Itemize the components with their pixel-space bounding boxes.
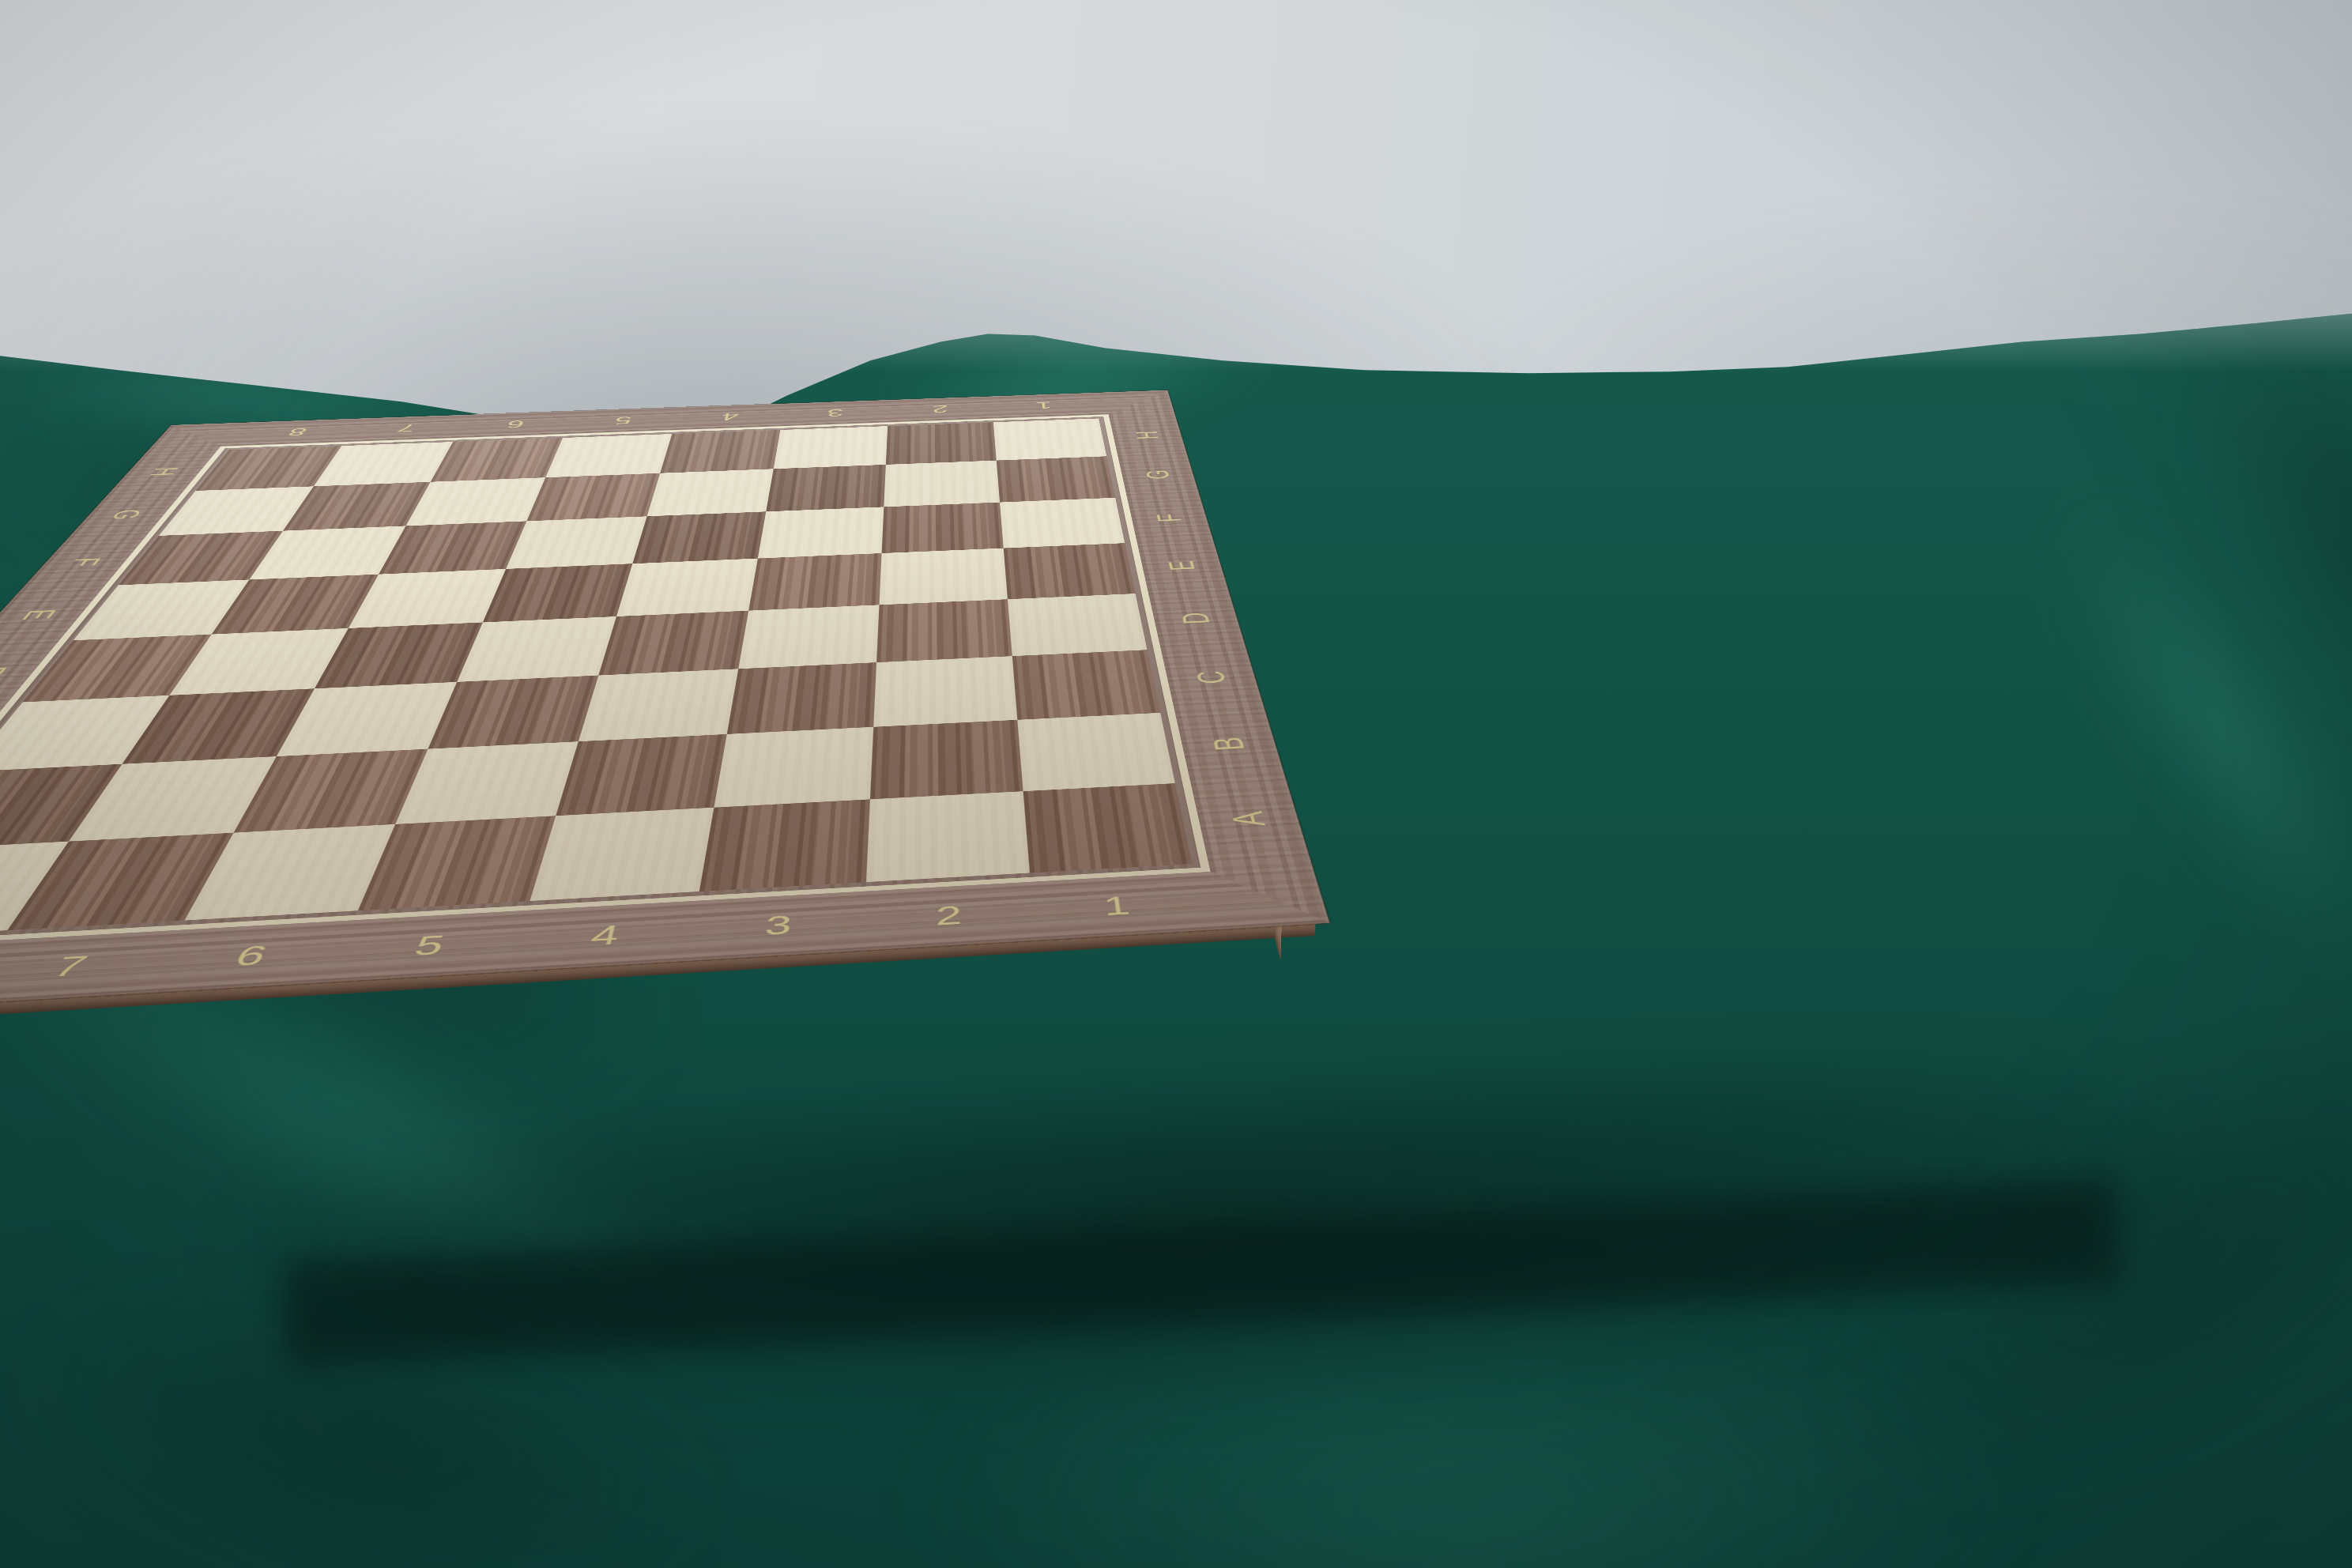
file-label-text: 1 <box>1035 400 1053 410</box>
file-label-bottom-3: 3 <box>687 891 865 961</box>
square-b6[interactable] <box>233 748 428 832</box>
square-c1[interactable] <box>1012 650 1160 719</box>
file-label-text: 6 <box>505 419 527 430</box>
square-a1[interactable] <box>1023 783 1192 873</box>
square-b3[interactable] <box>714 727 873 808</box>
square-c8[interactable] <box>0 695 169 772</box>
square-a4[interactable] <box>530 808 714 901</box>
square-d4[interactable] <box>598 611 748 676</box>
file-label-text: 2 <box>932 404 948 414</box>
rank-label-right-f: F <box>1127 494 1213 542</box>
file-label-text: 5 <box>613 415 634 426</box>
square-b5[interactable] <box>395 741 578 824</box>
square-e1[interactable] <box>1004 543 1136 599</box>
square-b1[interactable] <box>1018 713 1175 792</box>
square-e2[interactable] <box>879 548 1008 605</box>
square-d6[interactable] <box>315 622 484 688</box>
square-a6[interactable] <box>184 824 396 921</box>
playing-field <box>0 418 1192 940</box>
square-h5[interactable] <box>545 434 672 477</box>
chessboard: 87654321 87654321 HGFEDCBA HGFEDCBA <box>0 390 1329 1024</box>
square-e3[interactable] <box>748 553 881 611</box>
file-label-text: 3 <box>827 408 844 418</box>
rank-label-text: E <box>16 609 62 620</box>
rank-label-right-h: H <box>1110 416 1187 456</box>
square-f2[interactable] <box>881 502 1004 553</box>
rank-label-right-g: G <box>1118 453 1199 497</box>
square-g5[interactable] <box>527 473 661 522</box>
square-e4[interactable] <box>616 559 758 616</box>
square-a7[interactable] <box>7 833 233 930</box>
square-c2[interactable] <box>873 656 1018 727</box>
square-d1[interactable] <box>1008 594 1147 656</box>
square-g1[interactable] <box>997 456 1115 502</box>
file-label-bottom-2: 2 <box>862 882 1035 951</box>
rank-label-right-c: C <box>1161 645 1264 711</box>
rank-label-text: G <box>105 509 148 520</box>
file-label-text: 1 <box>1102 892 1131 919</box>
file-label-text: 8 <box>285 427 310 438</box>
square-b7[interactable] <box>69 756 277 842</box>
square-c5[interactable] <box>428 675 598 748</box>
rank-label-right-b: B <box>1175 707 1286 782</box>
square-d7[interactable] <box>169 628 348 695</box>
file-label-text: 4 <box>721 411 740 421</box>
file-label-bottom-4: 4 <box>508 901 697 971</box>
rank-label-text: B <box>1207 737 1251 752</box>
square-g4[interactable] <box>647 469 774 516</box>
file-label-text: 3 <box>763 911 793 939</box>
square-b2[interactable] <box>869 720 1023 800</box>
rank-label-text: H <box>1132 431 1163 439</box>
rank-label-text: D <box>0 666 14 680</box>
file-label-bottom-5: 5 <box>327 910 527 982</box>
square-e5[interactable] <box>483 563 632 622</box>
rank-label-text: D <box>1176 612 1216 624</box>
square-f5[interactable] <box>506 516 646 569</box>
square-d2[interactable] <box>876 599 1012 662</box>
square-b8[interactable] <box>0 763 122 850</box>
square-f4[interactable] <box>632 511 766 563</box>
rank-label-text: C <box>1190 670 1232 684</box>
file-label-text: 2 <box>936 902 963 929</box>
file-label-text: 7 <box>395 423 419 434</box>
file-label-bottom-6: 6 <box>143 920 354 993</box>
rank-label-right-d: D <box>1148 590 1245 649</box>
square-h2[interactable] <box>885 422 997 465</box>
square-d3[interactable] <box>738 605 879 669</box>
square-a8[interactable] <box>0 842 69 940</box>
file-label-text: 6 <box>231 941 273 971</box>
file-label-bottom-1: 1 <box>1031 873 1206 940</box>
rank-label-right-e: E <box>1137 540 1228 594</box>
square-a2[interactable] <box>865 791 1030 882</box>
file-label-text: 7 <box>47 952 93 982</box>
square-a3[interactable] <box>699 800 869 891</box>
chessboard-scene: 87654321 87654321 HGFEDCBA HGFEDCBA <box>0 0 2352 1568</box>
rank-label-text: E <box>1163 560 1200 571</box>
square-d5[interactable] <box>458 616 616 682</box>
file-label-text: 5 <box>411 931 448 959</box>
square-c6[interactable] <box>276 682 457 756</box>
file-label-text: 4 <box>589 922 622 950</box>
maple-inlay-frame <box>0 414 1211 952</box>
square-c3[interactable] <box>726 662 876 734</box>
rank-label-text: G <box>1141 469 1174 480</box>
square-b4[interactable] <box>556 734 726 816</box>
square-c7[interactable] <box>122 688 314 763</box>
rank-label-right-a: A <box>1191 778 1310 863</box>
square-a5[interactable] <box>358 816 556 910</box>
square-h1[interactable] <box>993 418 1106 460</box>
square-g2[interactable] <box>884 460 1000 507</box>
square-c4[interactable] <box>579 669 738 741</box>
square-h3[interactable] <box>774 426 888 469</box>
square-f1[interactable] <box>1000 498 1125 548</box>
rank-label-text: H <box>145 467 184 477</box>
square-h4[interactable] <box>660 430 780 473</box>
rank-label-text: F <box>1151 513 1186 522</box>
square-f3[interactable] <box>758 507 884 558</box>
square-h6[interactable] <box>430 438 563 482</box>
rank-label-text: F <box>64 557 107 567</box>
square-g3[interactable] <box>766 465 885 511</box>
rank-label-text: A <box>1225 810 1272 827</box>
